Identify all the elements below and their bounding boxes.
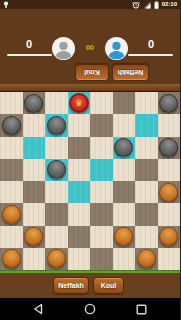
square-r3c2[interactable] xyxy=(45,159,68,181)
square-r0c3[interactable]: ♛ xyxy=(68,92,91,114)
back-icon[interactable] xyxy=(33,303,43,315)
status-bar: 02:10 xyxy=(0,0,180,9)
red-king-piece[interactable]: ♛ xyxy=(69,93,89,113)
square-r2c7[interactable] xyxy=(158,137,181,159)
square-r6c5[interactable] xyxy=(113,226,136,248)
square-r5c2[interactable] xyxy=(45,203,68,225)
square-r6c2[interactable] xyxy=(45,226,68,248)
square-r5c3[interactable] xyxy=(68,203,91,225)
square-r0c5[interactable] xyxy=(113,92,136,114)
square-r7c1[interactable] xyxy=(23,248,46,270)
square-r5c0[interactable] xyxy=(0,203,23,225)
recents-icon[interactable] xyxy=(136,304,147,315)
orange-man-piece[interactable] xyxy=(159,183,178,202)
square-r6c1[interactable] xyxy=(23,226,46,248)
checkers-app: 02:10 0 ∞ 0 Koul Neffakh ♛ xyxy=(0,0,180,320)
gray-man-piece[interactable] xyxy=(114,138,133,157)
square-r4c6[interactable] xyxy=(135,181,158,203)
square-r1c6[interactable] xyxy=(135,114,158,136)
square-r2c2[interactable] xyxy=(45,137,68,159)
square-r6c3[interactable] xyxy=(68,226,91,248)
square-r7c5[interactable] xyxy=(113,248,136,270)
square-r6c6[interactable] xyxy=(135,226,158,248)
board-top-frame xyxy=(0,84,180,92)
orange-man-piece[interactable] xyxy=(47,249,66,268)
square-r3c6[interactable] xyxy=(135,159,158,181)
square-r7c3[interactable] xyxy=(68,248,91,270)
notification-icon xyxy=(3,1,9,9)
orange-man-piece[interactable] xyxy=(2,249,21,268)
square-r5c4[interactable] xyxy=(90,203,113,225)
infinity-icon: ∞ xyxy=(80,40,100,54)
square-r6c4[interactable] xyxy=(90,226,113,248)
right-score-underline xyxy=(128,54,173,56)
battery-icon xyxy=(154,1,159,9)
right-player-avatar[interactable] xyxy=(105,37,128,60)
android-nav-bar xyxy=(0,298,180,320)
home-icon[interactable] xyxy=(84,303,96,315)
square-r5c6[interactable] xyxy=(135,203,158,225)
square-r3c1[interactable] xyxy=(23,159,46,181)
bottom-koul-button[interactable]: Koul xyxy=(93,277,124,294)
gray-man-piece[interactable] xyxy=(24,94,43,113)
gray-man-piece[interactable] xyxy=(159,94,178,113)
orange-man-piece[interactable] xyxy=(159,227,178,246)
orange-man-piece[interactable] xyxy=(137,249,156,268)
square-r7c2[interactable] xyxy=(45,248,68,270)
square-r2c6[interactable] xyxy=(135,137,158,159)
square-r1c4[interactable] xyxy=(90,114,113,136)
square-r1c0[interactable] xyxy=(0,114,23,136)
square-r4c2[interactable] xyxy=(45,181,68,203)
square-r2c1[interactable] xyxy=(23,137,46,159)
top-neffakh-button[interactable]: Neffakh xyxy=(112,64,149,81)
square-r6c7[interactable] xyxy=(158,226,181,248)
clock: 02:10 xyxy=(162,0,177,9)
gray-man-piece[interactable] xyxy=(159,138,178,157)
bottom-neffakh-button[interactable]: Neffakh xyxy=(53,277,89,294)
top-koul-button[interactable]: Koul xyxy=(75,64,109,81)
left-player-score: 0 xyxy=(21,38,37,50)
square-r1c7[interactable] xyxy=(158,114,181,136)
right-player-score: 0 xyxy=(143,38,159,50)
square-r0c6[interactable] xyxy=(135,92,158,114)
square-r0c0[interactable] xyxy=(0,92,23,114)
square-r5c1[interactable] xyxy=(23,203,46,225)
square-r7c4[interactable] xyxy=(90,248,113,270)
square-r5c5[interactable] xyxy=(113,203,136,225)
square-r1c2[interactable] xyxy=(45,114,68,136)
square-r0c2[interactable] xyxy=(45,92,68,114)
square-r2c0[interactable] xyxy=(0,137,23,159)
square-r4c1[interactable] xyxy=(23,181,46,203)
square-r4c0[interactable] xyxy=(0,181,23,203)
orange-man-piece[interactable] xyxy=(2,205,21,224)
square-r4c7[interactable] xyxy=(158,181,181,203)
gray-man-piece[interactable] xyxy=(2,116,21,135)
square-r6c0[interactable] xyxy=(0,226,23,248)
square-r3c5[interactable] xyxy=(113,159,136,181)
left-player-avatar[interactable] xyxy=(52,37,75,60)
score-header: 0 ∞ 0 xyxy=(0,9,180,59)
square-r3c3[interactable] xyxy=(68,159,91,181)
square-r2c4[interactable] xyxy=(90,137,113,159)
board: ♛ xyxy=(0,92,180,270)
square-r3c0[interactable] xyxy=(0,159,23,181)
square-r7c0[interactable] xyxy=(0,248,23,270)
gray-man-piece[interactable] xyxy=(47,160,66,179)
square-r1c3[interactable] xyxy=(68,114,91,136)
square-r4c4[interactable] xyxy=(90,181,113,203)
square-r0c4[interactable] xyxy=(90,92,113,114)
square-r3c7[interactable] xyxy=(158,159,181,181)
square-r0c1[interactable] xyxy=(23,92,46,114)
footer-bar xyxy=(0,273,180,298)
square-r7c7[interactable] xyxy=(158,248,181,270)
signal-icon xyxy=(143,1,151,9)
orange-man-piece[interactable] xyxy=(24,227,43,246)
left-score-underline xyxy=(7,54,52,56)
square-r5c7[interactable] xyxy=(158,203,181,225)
square-r2c5[interactable] xyxy=(113,137,136,159)
square-r7c6[interactable] xyxy=(135,248,158,270)
orange-man-piece[interactable] xyxy=(114,227,133,246)
square-r4c5[interactable] xyxy=(113,181,136,203)
alarm-icon xyxy=(132,1,140,9)
gray-man-piece[interactable] xyxy=(47,116,66,135)
crown-icon: ♛ xyxy=(75,99,83,108)
square-r0c7[interactable] xyxy=(158,92,181,114)
square-r1c5[interactable] xyxy=(113,114,136,136)
square-r2c3[interactable] xyxy=(68,137,91,159)
square-r1c1[interactable] xyxy=(23,114,46,136)
square-r3c4[interactable] xyxy=(90,159,113,181)
square-r4c3[interactable] xyxy=(68,181,91,203)
